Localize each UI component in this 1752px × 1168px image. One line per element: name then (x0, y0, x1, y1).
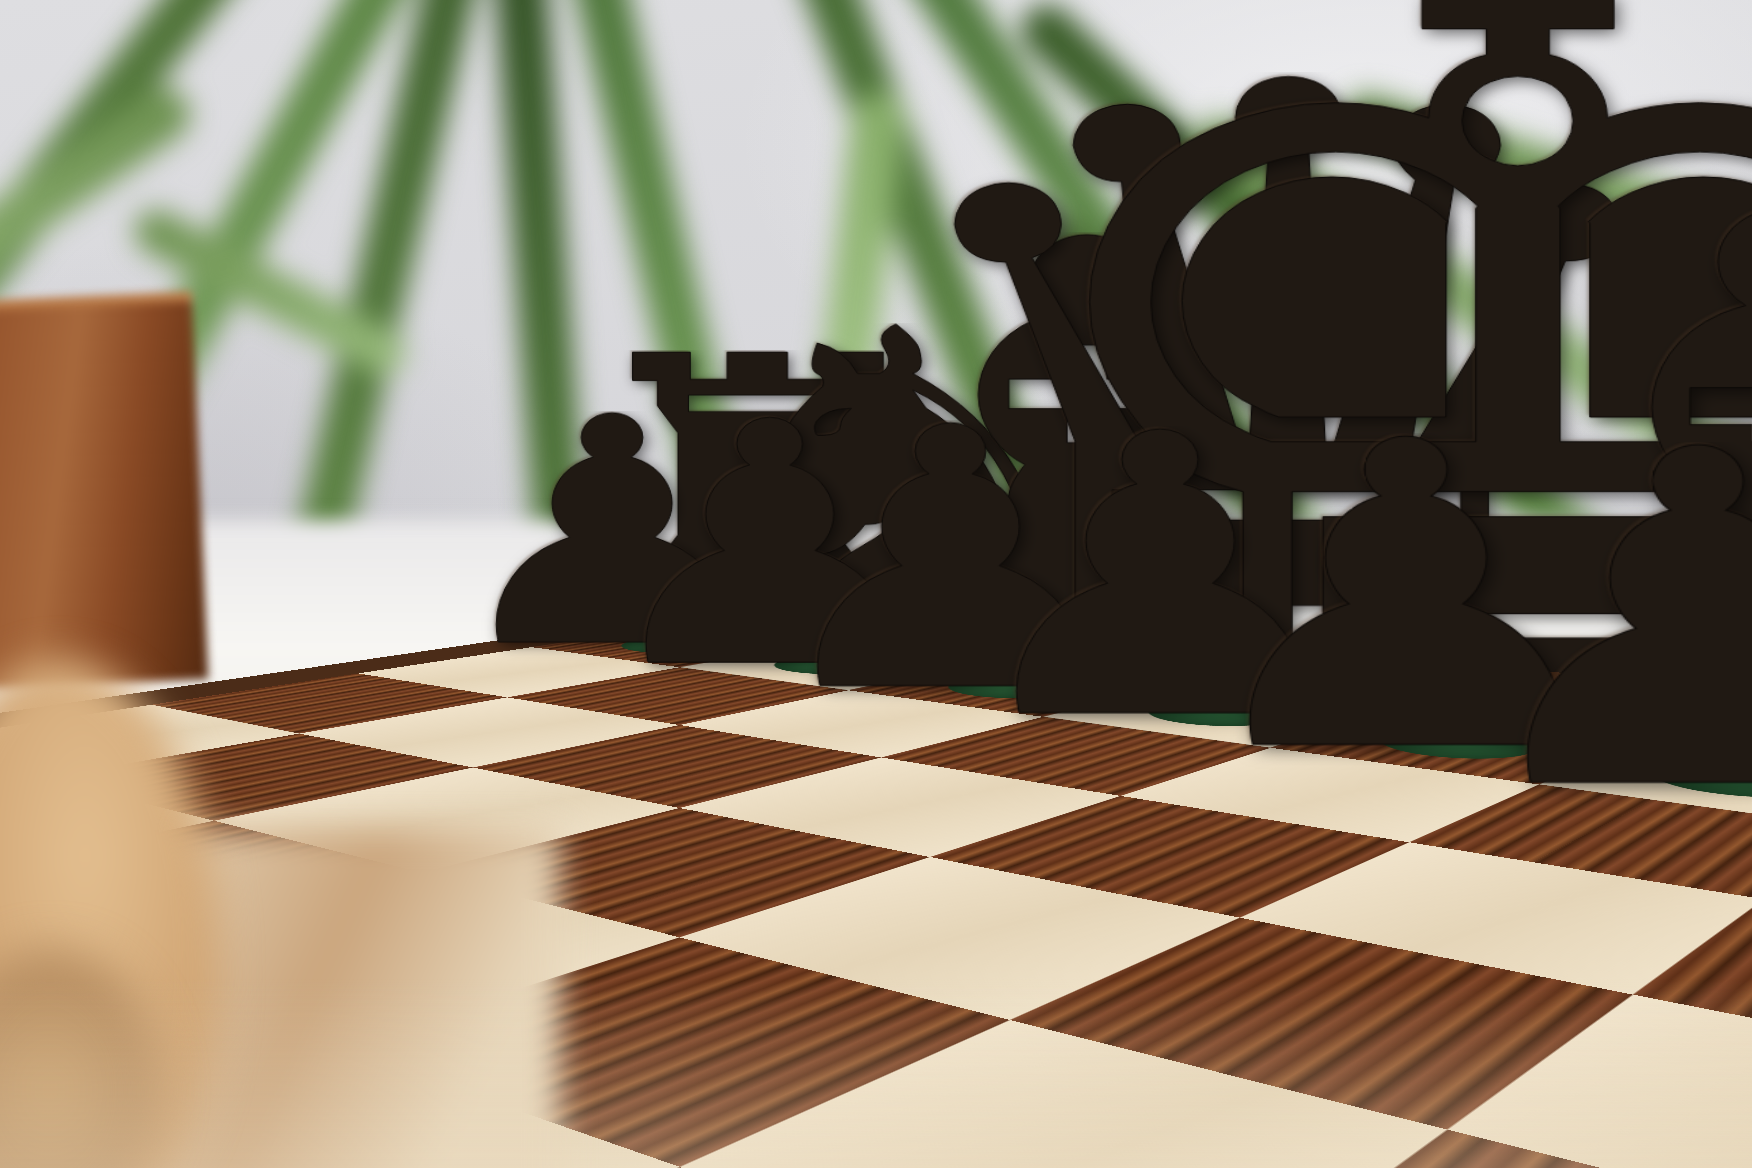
photo-scene: ♜♞♝♛♚♝♟♟♟♟♟♟ Low-angle photograph of a w… (0, 0, 1752, 1168)
wooden-piece-box (0, 291, 208, 688)
black-pawn-f7[interactable]: ♟ (1443, 442, 1752, 802)
